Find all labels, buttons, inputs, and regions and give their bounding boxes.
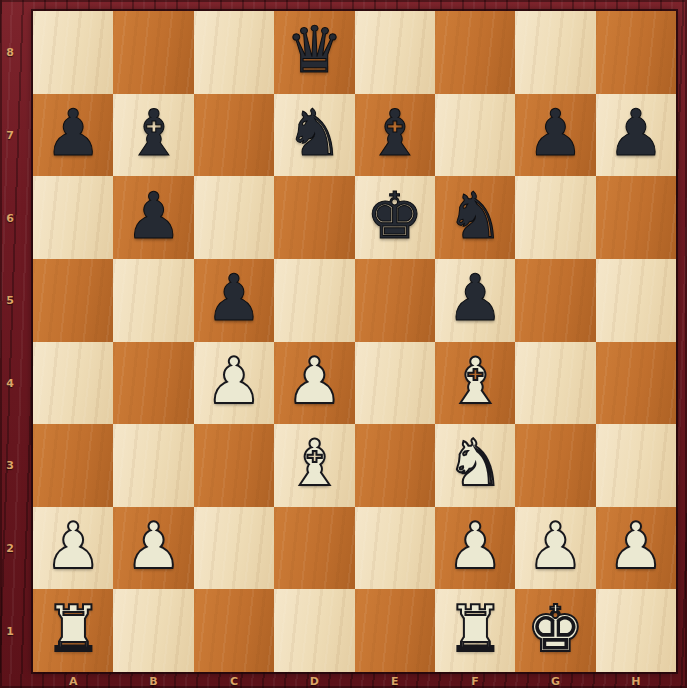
square-b1[interactable] — [113, 589, 193, 672]
square-h5[interactable] — [596, 259, 676, 342]
piece-black-pawn: ♟ — [45, 101, 102, 165]
square-d5[interactable] — [274, 259, 354, 342]
square-e8[interactable] — [355, 11, 435, 94]
file-label-b: B — [144, 675, 164, 688]
piece-black-bishop: ♝ — [125, 101, 182, 165]
square-h1[interactable] — [596, 589, 676, 672]
square-b8[interactable] — [113, 11, 193, 94]
piece-white-pawn: ♟ — [205, 349, 262, 413]
square-c1[interactable] — [194, 589, 274, 672]
square-c2[interactable] — [194, 507, 274, 590]
piece-white-pawn: ♟ — [527, 514, 584, 578]
piece-black-pawn: ♟ — [125, 184, 182, 248]
square-e4[interactable] — [355, 342, 435, 425]
piece-black-pawn: ♟ — [205, 266, 262, 330]
file-label-g: G — [545, 675, 565, 688]
square-e7[interactable]: ♝ — [355, 94, 435, 177]
piece-black-knight: ♞ — [446, 184, 503, 248]
square-c4[interactable]: ♟ — [194, 342, 274, 425]
square-d7[interactable]: ♞ — [274, 94, 354, 177]
square-c7[interactable] — [194, 94, 274, 177]
square-c3[interactable] — [194, 424, 274, 507]
square-a7[interactable]: ♟ — [33, 94, 113, 177]
file-label-h: H — [626, 675, 646, 688]
square-h6[interactable] — [596, 176, 676, 259]
file-label-d: D — [304, 675, 324, 688]
square-a3[interactable] — [33, 424, 113, 507]
piece-black-knight: ♞ — [286, 101, 343, 165]
chess-board-frame: ♛♟♝♞♝♟♟♟♚♞♟♟♟♟♝♝♞♟♟♟♟♟♜♜♚ 87654321ABCDEF… — [0, 0, 687, 688]
rank-label-7: 7 — [0, 129, 20, 142]
piece-black-pawn: ♟ — [446, 266, 503, 330]
square-h2[interactable]: ♟ — [596, 507, 676, 590]
square-a5[interactable] — [33, 259, 113, 342]
square-h8[interactable] — [596, 11, 676, 94]
rank-label-8: 8 — [0, 46, 20, 59]
square-c8[interactable] — [194, 11, 274, 94]
square-f7[interactable] — [435, 94, 515, 177]
piece-white-pawn: ♟ — [286, 349, 343, 413]
square-b2[interactable]: ♟ — [113, 507, 193, 590]
square-d3[interactable]: ♝ — [274, 424, 354, 507]
piece-black-pawn: ♟ — [607, 101, 664, 165]
square-d8[interactable]: ♛ — [274, 11, 354, 94]
square-f1[interactable]: ♜ — [435, 589, 515, 672]
square-h4[interactable] — [596, 342, 676, 425]
piece-white-bishop: ♝ — [286, 431, 343, 495]
piece-white-rook: ♜ — [45, 597, 102, 661]
rank-label-1: 1 — [0, 625, 20, 638]
square-e3[interactable] — [355, 424, 435, 507]
square-g2[interactable]: ♟ — [515, 507, 595, 590]
piece-white-pawn: ♟ — [446, 514, 503, 578]
square-e2[interactable] — [355, 507, 435, 590]
square-f6[interactable]: ♞ — [435, 176, 515, 259]
square-f2[interactable]: ♟ — [435, 507, 515, 590]
rank-label-4: 4 — [0, 377, 20, 390]
chess-board: ♛♟♝♞♝♟♟♟♚♞♟♟♟♟♝♝♞♟♟♟♟♟♜♜♚ — [33, 11, 676, 672]
square-g5[interactable] — [515, 259, 595, 342]
square-e5[interactable] — [355, 259, 435, 342]
square-c6[interactable] — [194, 176, 274, 259]
square-a1[interactable]: ♜ — [33, 589, 113, 672]
square-a4[interactable] — [33, 342, 113, 425]
piece-white-rook: ♜ — [446, 597, 503, 661]
rank-label-2: 2 — [0, 542, 20, 555]
square-d1[interactable] — [274, 589, 354, 672]
square-f4[interactable]: ♝ — [435, 342, 515, 425]
square-g1[interactable]: ♚ — [515, 589, 595, 672]
square-a2[interactable]: ♟ — [33, 507, 113, 590]
piece-white-king: ♚ — [527, 597, 584, 661]
piece-white-pawn: ♟ — [607, 514, 664, 578]
square-g3[interactable] — [515, 424, 595, 507]
piece-black-pawn: ♟ — [527, 101, 584, 165]
file-label-a: A — [63, 675, 83, 688]
square-f3[interactable]: ♞ — [435, 424, 515, 507]
piece-white-pawn: ♟ — [45, 514, 102, 578]
square-a6[interactable] — [33, 176, 113, 259]
square-b7[interactable]: ♝ — [113, 94, 193, 177]
rank-label-3: 3 — [0, 459, 20, 472]
square-e1[interactable] — [355, 589, 435, 672]
square-f8[interactable] — [435, 11, 515, 94]
rank-label-5: 5 — [0, 294, 20, 307]
square-g8[interactable] — [515, 11, 595, 94]
square-b6[interactable]: ♟ — [113, 176, 193, 259]
square-g6[interactable] — [515, 176, 595, 259]
piece-black-bishop: ♝ — [366, 101, 423, 165]
square-b3[interactable] — [113, 424, 193, 507]
square-h7[interactable]: ♟ — [596, 94, 676, 177]
square-e6[interactable]: ♚ — [355, 176, 435, 259]
file-label-f: F — [465, 675, 485, 688]
file-label-e: E — [385, 675, 405, 688]
square-c5[interactable]: ♟ — [194, 259, 274, 342]
piece-white-pawn: ♟ — [125, 514, 182, 578]
square-d4[interactable]: ♟ — [274, 342, 354, 425]
square-h3[interactable] — [596, 424, 676, 507]
square-b4[interactable] — [113, 342, 193, 425]
piece-white-knight: ♞ — [446, 431, 503, 495]
piece-black-king: ♚ — [366, 184, 423, 248]
piece-white-bishop: ♝ — [446, 349, 503, 413]
file-label-c: C — [224, 675, 244, 688]
square-f5[interactable]: ♟ — [435, 259, 515, 342]
square-d2[interactable] — [274, 507, 354, 590]
square-a8[interactable] — [33, 11, 113, 94]
square-d6[interactable] — [274, 176, 354, 259]
rank-label-6: 6 — [0, 212, 20, 225]
square-b5[interactable] — [113, 259, 193, 342]
square-g4[interactable] — [515, 342, 595, 425]
piece-black-queen: ♛ — [286, 18, 343, 82]
square-g7[interactable]: ♟ — [515, 94, 595, 177]
